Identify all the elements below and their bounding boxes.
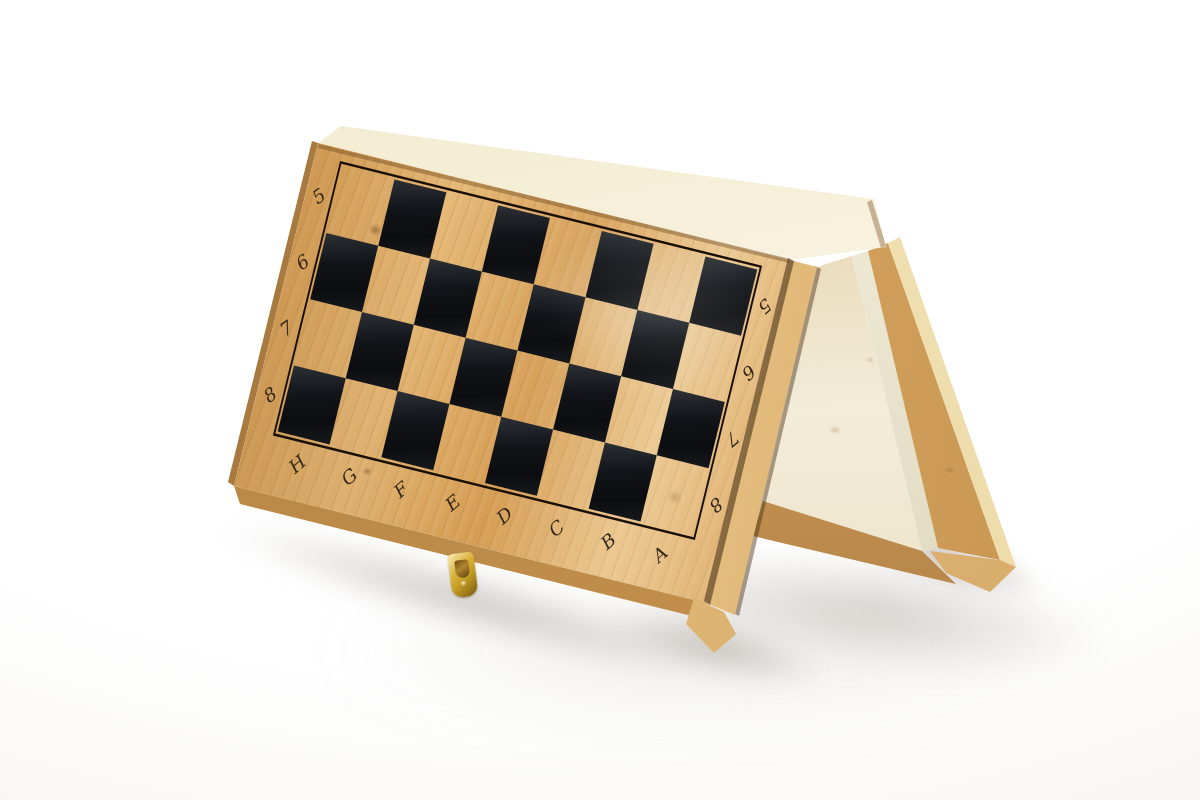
brass-clasp — [446, 549, 480, 600]
photo-stage: 5 6 7 8 5 6 7 8 H G F E D C B A — [0, 0, 1200, 800]
